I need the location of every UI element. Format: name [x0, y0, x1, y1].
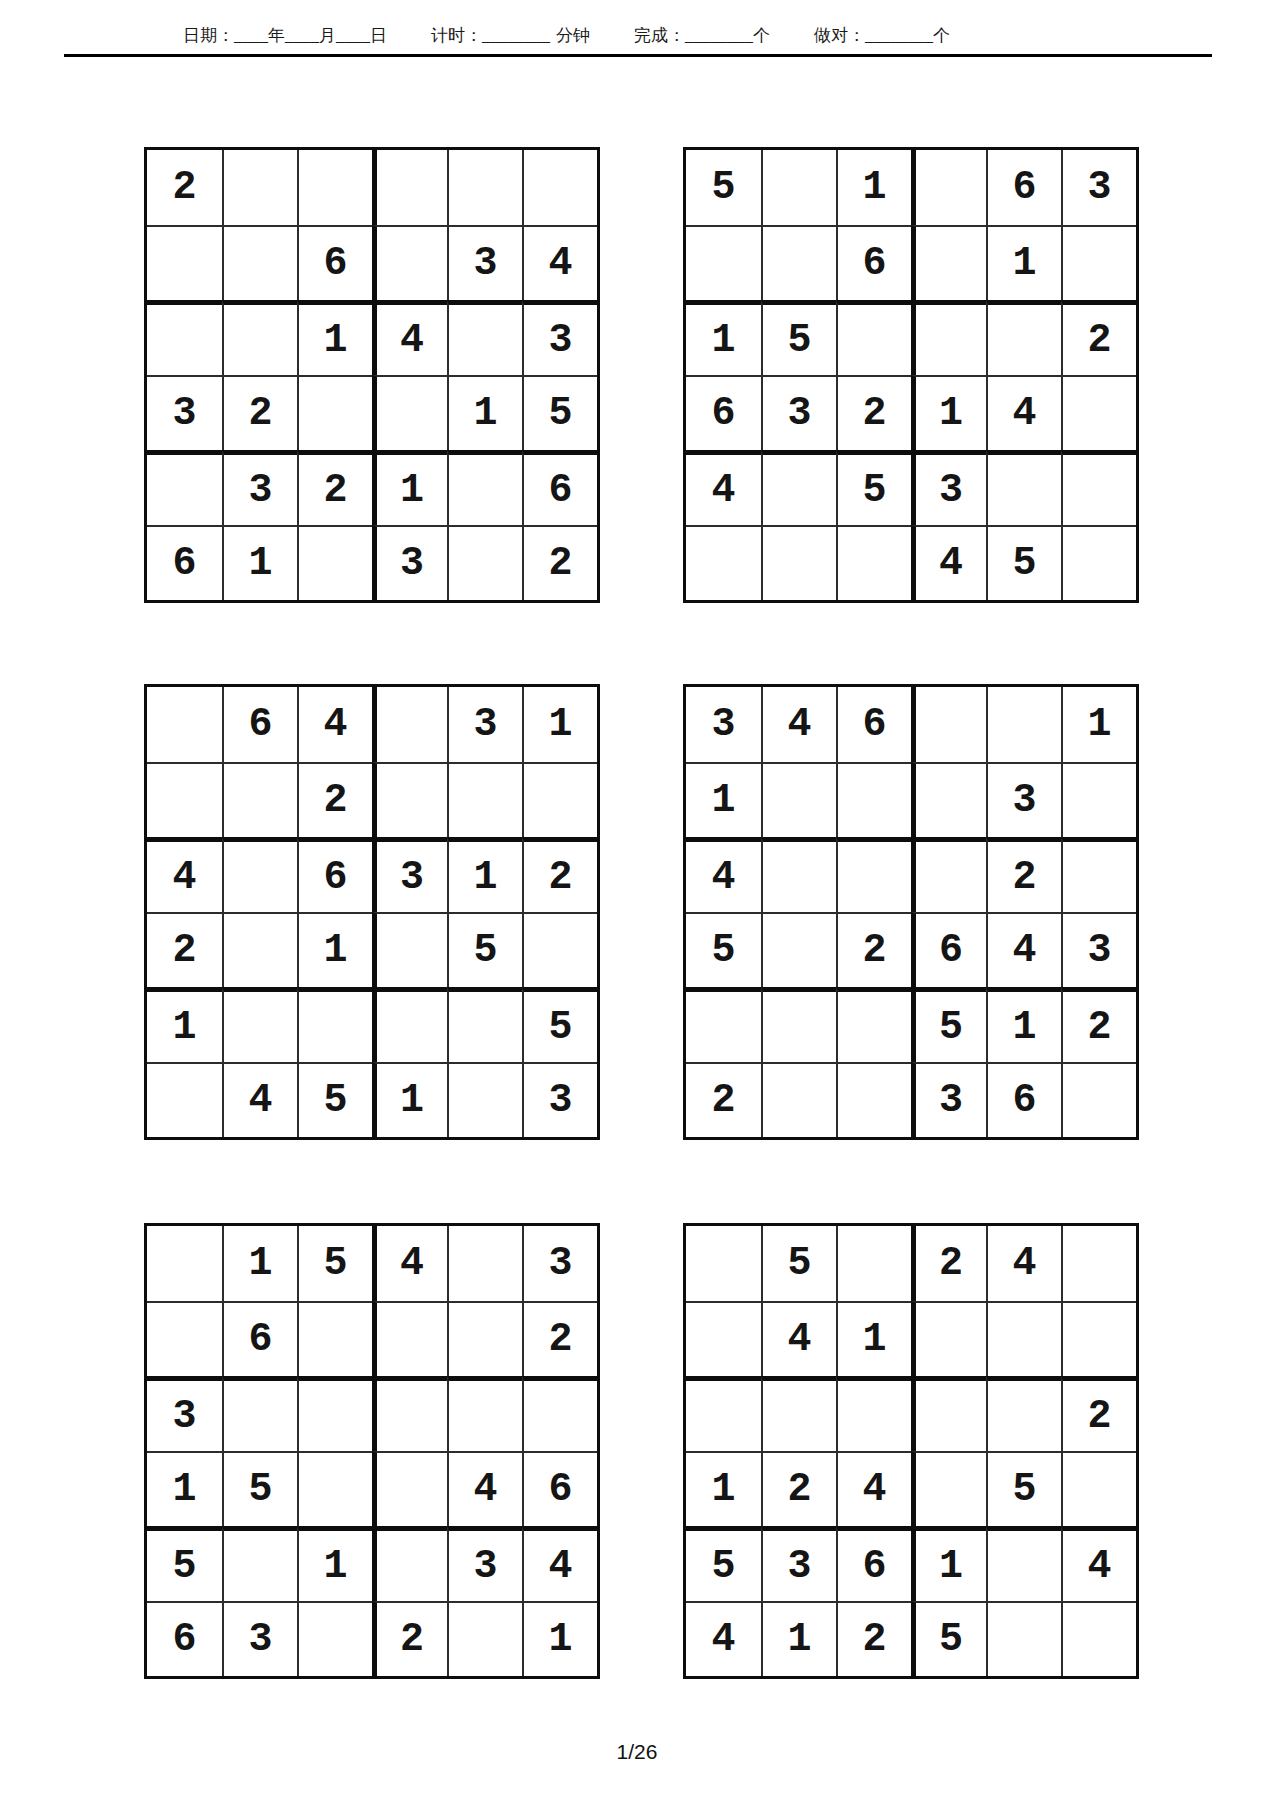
- puzzle-6-cell-r2c5: [986, 1301, 1061, 1376]
- puzzle-3-cell-r6c3: 5: [297, 1062, 372, 1137]
- puzzle-3-cell-r6c4: 1: [372, 1062, 447, 1137]
- sudoku-board-2: 5163611526321445345: [683, 147, 1139, 603]
- puzzle-1-cell-r3c6: 3: [522, 300, 597, 375]
- puzzle-5-cell-r4c2: 5: [222, 1451, 297, 1526]
- puzzle-5-cell-r1c1: [147, 1226, 222, 1301]
- puzzle-4-cell-r3c4: [911, 837, 986, 912]
- puzzle-2-cell-r5c5: [986, 450, 1061, 525]
- puzzle-6-cell-r1c5: 4: [986, 1226, 1061, 1301]
- puzzle-6-cell-r2c6: [1061, 1301, 1136, 1376]
- puzzle-4-cell-r1c6: 1: [1061, 687, 1136, 762]
- puzzle-5-cell-r6c1: 6: [147, 1601, 222, 1676]
- puzzle-3-cell-r1c1: [147, 687, 222, 762]
- puzzle-5-cell-r5c1: 5: [147, 1526, 222, 1601]
- puzzle-4-cell-r5c4: 5: [911, 987, 986, 1062]
- puzzle-2-cell-r2c2: [761, 225, 836, 300]
- puzzle-2-cell-r6c5: 5: [986, 525, 1061, 600]
- timer-blank: ________: [482, 26, 550, 45]
- puzzle-2-cell-r1c6: 3: [1061, 150, 1136, 225]
- puzzle-5-cell-r3c5: [447, 1376, 522, 1451]
- puzzle-6-cell-r3c5: [986, 1376, 1061, 1451]
- puzzle-2-cell-r1c2: [761, 150, 836, 225]
- puzzle-5-cell-r2c1: [147, 1301, 222, 1376]
- puzzle-2-cell-r1c3: 1: [836, 150, 911, 225]
- puzzle-1-cell-r6c3: [297, 525, 372, 600]
- puzzle-5-cell-r5c3: 1: [297, 1526, 372, 1601]
- puzzle-4-cell-r1c4: [911, 687, 986, 762]
- puzzle-1-cell-r4c2: 2: [222, 375, 297, 450]
- puzzle-4-cell-r1c2: 4: [761, 687, 836, 762]
- puzzle-3-cell-r5c2: [222, 987, 297, 1062]
- puzzle-6-cell-r3c4: [911, 1376, 986, 1451]
- puzzle-2-cell-r3c2: 5: [761, 300, 836, 375]
- puzzle-5-cell-r3c3: [297, 1376, 372, 1451]
- puzzle-4-cell-r3c2: [761, 837, 836, 912]
- month-label: 月: [319, 26, 336, 45]
- worksheet-page: 日期：____年____月____日计时：________分钟完成：______…: [0, 0, 1274, 1804]
- puzzle-2-cell-r6c2: [761, 525, 836, 600]
- puzzle-4-cell-r3c3: [836, 837, 911, 912]
- puzzle-3-cell-r6c2: 4: [222, 1062, 297, 1137]
- puzzle-2-cell-r6c1: [686, 525, 761, 600]
- puzzle-3-cell-r4c4: [372, 912, 447, 987]
- puzzle-6-cell-r6c2: 1: [761, 1601, 836, 1676]
- puzzle-3-cell-r2c5: [447, 762, 522, 837]
- puzzle-4-cell-r5c5: 1: [986, 987, 1061, 1062]
- puzzle-1-cell-r2c6: 4: [522, 225, 597, 300]
- puzzle-3-cell-r1c5: 3: [447, 687, 522, 762]
- puzzle-3-cell-r6c5: [447, 1062, 522, 1137]
- puzzle-6-cell-r4c5: 5: [986, 1451, 1061, 1526]
- correct-unit: 个: [933, 26, 950, 45]
- page-number: 1/26: [0, 1740, 1274, 1764]
- puzzle-2-cell-r6c6: [1061, 525, 1136, 600]
- puzzle-2-cell-r3c3: [836, 300, 911, 375]
- puzzle-2-cell-r2c6: [1061, 225, 1136, 300]
- puzzle-3-cell-r5c1: 1: [147, 987, 222, 1062]
- puzzle-2-cell-r2c5: 1: [986, 225, 1061, 300]
- puzzle-5-cell-r1c3: 5: [297, 1226, 372, 1301]
- puzzle-4-cell-r6c5: 6: [986, 1062, 1061, 1137]
- puzzle-4-cell-r2c1: 1: [686, 762, 761, 837]
- puzzle-1-cell-r1c3: [297, 150, 372, 225]
- puzzle-4-cell-r5c3: [836, 987, 911, 1062]
- puzzle-5-cell-r3c2: [222, 1376, 297, 1451]
- sudoku-board-4: 3461134252643512236: [683, 684, 1139, 1140]
- puzzle-2-cell-r4c2: 3: [761, 375, 836, 450]
- puzzle-5-cell-r6c4: 2: [372, 1601, 447, 1676]
- puzzle-1-cell-r2c1: [147, 225, 222, 300]
- puzzle-4-cell-r6c2: [761, 1062, 836, 1137]
- puzzle-4-cell-r6c6: [1061, 1062, 1136, 1137]
- puzzle-6-cell-r6c6: [1061, 1601, 1136, 1676]
- puzzle-6-cell-r3c2: [761, 1376, 836, 1451]
- puzzle-6-cell-r6c1: 4: [686, 1601, 761, 1676]
- puzzle-5-cell-r6c2: 3: [222, 1601, 297, 1676]
- puzzle-3-cell-r3c5: 1: [447, 837, 522, 912]
- puzzle-2-cell-r5c3: 5: [836, 450, 911, 525]
- puzzle-3-cell-r2c1: [147, 762, 222, 837]
- puzzle-3-cell-r4c6: [522, 912, 597, 987]
- puzzle-5-cell-r4c6: 6: [522, 1451, 597, 1526]
- puzzle-4-cell-r1c3: 6: [836, 687, 911, 762]
- year-label: 年: [268, 26, 285, 45]
- complete-unit: 个: [753, 26, 770, 45]
- puzzle-2-cell-r4c3: 2: [836, 375, 911, 450]
- correct-label: 做对：: [814, 26, 865, 45]
- puzzle-4-cell-r6c1: 2: [686, 1062, 761, 1137]
- puzzle-2-cell-r2c1: [686, 225, 761, 300]
- puzzle-4-cell-r2c6: [1061, 762, 1136, 837]
- puzzle-6-cell-r2c3: 1: [836, 1301, 911, 1376]
- timer-unit: 分钟: [556, 26, 590, 45]
- puzzle-4-cell-r4c2: [761, 912, 836, 987]
- puzzle-2-cell-r1c5: 6: [986, 150, 1061, 225]
- puzzle-3-cell-r3c3: 6: [297, 837, 372, 912]
- puzzle-3-cell-r2c4: [372, 762, 447, 837]
- puzzle-6-cell-r2c2: 4: [761, 1301, 836, 1376]
- puzzle-3-cell-r2c3: 2: [297, 762, 372, 837]
- puzzle-3-cell-r1c4: [372, 687, 447, 762]
- puzzle-3-cell-r2c2: [222, 762, 297, 837]
- puzzle-2-cell-r2c4: [911, 225, 986, 300]
- puzzle-3-cell-r3c1: 4: [147, 837, 222, 912]
- puzzle-2-cell-r3c5: [986, 300, 1061, 375]
- puzzle-5-cell-r2c4: [372, 1301, 447, 1376]
- puzzle-2-cell-r2c3: 6: [836, 225, 911, 300]
- puzzle-5-cell-r6c5: [447, 1601, 522, 1676]
- puzzle-4-cell-r2c5: 3: [986, 762, 1061, 837]
- puzzle-6-cell-r6c5: [986, 1601, 1061, 1676]
- puzzle-1-cell-r2c5: 3: [447, 225, 522, 300]
- puzzle-1-cell-r3c5: [447, 300, 522, 375]
- puzzle-6-cell-r6c4: 5: [911, 1601, 986, 1676]
- sudoku-board-1: 2634143321532166132: [144, 147, 600, 603]
- puzzle-2-cell-r4c1: 6: [686, 375, 761, 450]
- puzzle-6-cell-r3c3: [836, 1376, 911, 1451]
- puzzle-1-cell-r2c2: [222, 225, 297, 300]
- puzzle-1-cell-r6c5: [447, 525, 522, 600]
- puzzle-5-cell-r5c4: [372, 1526, 447, 1601]
- puzzle-3-cell-r4c1: 2: [147, 912, 222, 987]
- puzzle-3-cell-r3c2: [222, 837, 297, 912]
- puzzle-4-cell-r2c2: [761, 762, 836, 837]
- puzzle-6-cell-r2c1: [686, 1301, 761, 1376]
- puzzle-3-cell-r2c6: [522, 762, 597, 837]
- puzzle-5-cell-r4c5: 4: [447, 1451, 522, 1526]
- puzzle-5-cell-r1c5: [447, 1226, 522, 1301]
- puzzle-4-cell-r5c1: [686, 987, 761, 1062]
- puzzle-6-cell-r2c4: [911, 1301, 986, 1376]
- puzzle-6-cell-r4c2: 2: [761, 1451, 836, 1526]
- puzzle-2-cell-r5c4: 3: [911, 450, 986, 525]
- puzzle-6-cell-r5c4: 1: [911, 1526, 986, 1601]
- puzzle-1-cell-r3c2: [222, 300, 297, 375]
- correct-field: 做对：________个: [814, 26, 950, 45]
- puzzle-6-cell-r1c1: [686, 1226, 761, 1301]
- puzzle-5-cell-r4c1: 1: [147, 1451, 222, 1526]
- puzzle-1-cell-r4c3: [297, 375, 372, 450]
- puzzle-1-cell-r5c6: 6: [522, 450, 597, 525]
- puzzle-2-cell-r1c4: [911, 150, 986, 225]
- puzzle-3-cell-r1c6: 1: [522, 687, 597, 762]
- puzzle-2-cell-r5c2: [761, 450, 836, 525]
- puzzle-1-cell-r1c6: [522, 150, 597, 225]
- puzzle-1-cell-r1c2: [222, 150, 297, 225]
- puzzle-6-cell-r1c4: 2: [911, 1226, 986, 1301]
- puzzle-3-cell-r3c6: 2: [522, 837, 597, 912]
- puzzle-6-cell-r4c4: [911, 1451, 986, 1526]
- puzzle-4-cell-r4c5: 4: [986, 912, 1061, 987]
- puzzle-1-cell-r6c4: 3: [372, 525, 447, 600]
- puzzle-6-cell-r3c6: 2: [1061, 1376, 1136, 1451]
- puzzle-3-cell-r4c5: 5: [447, 912, 522, 987]
- sudoku-board-6: 5244121245536144125: [683, 1223, 1139, 1679]
- puzzle-4-cell-r4c1: 5: [686, 912, 761, 987]
- puzzle-1-cell-r4c5: 1: [447, 375, 522, 450]
- puzzle-2-cell-r4c5: 4: [986, 375, 1061, 450]
- puzzle-4-cell-r4c4: 6: [911, 912, 986, 987]
- puzzle-3-cell-r6c6: 3: [522, 1062, 597, 1137]
- complete-blank: ________: [685, 26, 753, 45]
- puzzle-1-cell-r1c1: 2: [147, 150, 222, 225]
- puzzle-3-cell-r5c3: [297, 987, 372, 1062]
- puzzle-5-cell-r5c2: [222, 1526, 297, 1601]
- puzzle-4-cell-r3c1: 4: [686, 837, 761, 912]
- puzzle-5-cell-r6c3: [297, 1601, 372, 1676]
- puzzle-5-cell-r2c3: [297, 1301, 372, 1376]
- puzzle-1-cell-r2c4: [372, 225, 447, 300]
- date-year-blank: ____: [234, 26, 268, 45]
- header-divider-line: [64, 54, 1212, 57]
- puzzle-1-cell-r6c2: 1: [222, 525, 297, 600]
- puzzle-6-cell-r5c5: [986, 1526, 1061, 1601]
- puzzle-1-cell-r2c3: 6: [297, 225, 372, 300]
- puzzle-5-cell-r4c3: [297, 1451, 372, 1526]
- puzzle-1-cell-r4c6: 5: [522, 375, 597, 450]
- puzzle-1-cell-r3c3: 1: [297, 300, 372, 375]
- puzzle-1-cell-r5c4: 1: [372, 450, 447, 525]
- puzzle-6-cell-r5c6: 4: [1061, 1526, 1136, 1601]
- puzzle-4-cell-r6c3: [836, 1062, 911, 1137]
- puzzle-6-cell-r4c1: 1: [686, 1451, 761, 1526]
- puzzle-3-cell-r5c5: [447, 987, 522, 1062]
- puzzle-5-cell-r1c4: 4: [372, 1226, 447, 1301]
- puzzle-1-cell-r5c2: 3: [222, 450, 297, 525]
- day-label: 日: [370, 26, 387, 45]
- date-field: 日期：____年____月____日: [183, 26, 387, 45]
- puzzle-5-cell-r3c6: [522, 1376, 597, 1451]
- puzzle-6-cell-r3c1: [686, 1376, 761, 1451]
- puzzle-5-cell-r1c6: 3: [522, 1226, 597, 1301]
- puzzle-5-cell-r3c1: 3: [147, 1376, 222, 1451]
- puzzle-3-cell-r5c6: 5: [522, 987, 597, 1062]
- puzzle-2-cell-r4c4: 1: [911, 375, 986, 450]
- timer-field: 计时：________分钟: [431, 26, 590, 45]
- puzzle-5-cell-r5c6: 4: [522, 1526, 597, 1601]
- puzzle-3-cell-r5c4: [372, 987, 447, 1062]
- puzzle-6-cell-r4c3: 4: [836, 1451, 911, 1526]
- puzzle-5-cell-r2c5: [447, 1301, 522, 1376]
- puzzle-2-cell-r1c1: 5: [686, 150, 761, 225]
- puzzle-4-cell-r6c4: 3: [911, 1062, 986, 1137]
- timer-label: 计时：: [431, 26, 482, 45]
- puzzle-1-cell-r5c3: 2: [297, 450, 372, 525]
- worksheet-header: 日期：____年____月____日计时：________分钟完成：______…: [183, 24, 950, 47]
- date-label: 日期：: [183, 26, 234, 45]
- puzzle-2-cell-r4c6: [1061, 375, 1136, 450]
- puzzle-3-cell-r1c3: 4: [297, 687, 372, 762]
- puzzle-2-cell-r6c4: 4: [911, 525, 986, 600]
- puzzle-6-cell-r1c2: 5: [761, 1226, 836, 1301]
- puzzle-5-cell-r4c4: [372, 1451, 447, 1526]
- puzzle-4-cell-r2c4: [911, 762, 986, 837]
- puzzle-1-cell-r1c5: [447, 150, 522, 225]
- puzzle-3-cell-r3c4: 3: [372, 837, 447, 912]
- complete-label: 完成：: [634, 26, 685, 45]
- puzzle-2-cell-r3c4: [911, 300, 986, 375]
- puzzle-6-cell-r5c2: 3: [761, 1526, 836, 1601]
- puzzle-1-cell-r3c4: 4: [372, 300, 447, 375]
- puzzle-5-cell-r2c6: 2: [522, 1301, 597, 1376]
- puzzle-6-cell-r1c6: [1061, 1226, 1136, 1301]
- puzzle-4-cell-r1c1: 3: [686, 687, 761, 762]
- puzzle-4-cell-r3c6: [1061, 837, 1136, 912]
- puzzle-1-cell-r5c1: [147, 450, 222, 525]
- puzzle-2-cell-r5c6: [1061, 450, 1136, 525]
- puzzle-6-cell-r6c3: 2: [836, 1601, 911, 1676]
- puzzle-2-cell-r5c1: 4: [686, 450, 761, 525]
- correct-blank: ________: [865, 26, 933, 45]
- puzzle-4-cell-r3c5: 2: [986, 837, 1061, 912]
- puzzle-1-cell-r4c4: [372, 375, 447, 450]
- puzzle-5-cell-r5c5: 3: [447, 1526, 522, 1601]
- puzzle-3-cell-r6c1: [147, 1062, 222, 1137]
- puzzle-4-cell-r5c2: [761, 987, 836, 1062]
- puzzle-3-cell-r4c2: [222, 912, 297, 987]
- puzzle-6-cell-r5c3: 6: [836, 1526, 911, 1601]
- puzzle-4-cell-r4c3: 2: [836, 912, 911, 987]
- puzzle-4-cell-r1c5: [986, 687, 1061, 762]
- puzzle-3-cell-r4c3: 1: [297, 912, 372, 987]
- sudoku-board-3: 6431246312215154513: [144, 684, 600, 1140]
- puzzle-6-cell-r1c3: [836, 1226, 911, 1301]
- puzzle-1-cell-r6c1: 6: [147, 525, 222, 600]
- puzzle-6-cell-r5c1: 5: [686, 1526, 761, 1601]
- date-day-blank: ____: [336, 26, 370, 45]
- complete-field: 完成：________个: [634, 26, 770, 45]
- puzzle-4-cell-r2c3: [836, 762, 911, 837]
- puzzle-1-cell-r5c5: [447, 450, 522, 525]
- puzzle-4-cell-r5c6: 2: [1061, 987, 1136, 1062]
- puzzle-2-cell-r6c3: [836, 525, 911, 600]
- puzzle-1-cell-r3c1: [147, 300, 222, 375]
- puzzle-2-cell-r3c6: 2: [1061, 300, 1136, 375]
- date-month-blank: ____: [285, 26, 319, 45]
- puzzle-2-cell-r3c1: 1: [686, 300, 761, 375]
- puzzle-1-cell-r4c1: 3: [147, 375, 222, 450]
- puzzle-4-cell-r4c6: 3: [1061, 912, 1136, 987]
- puzzle-5-cell-r6c6: 1: [522, 1601, 597, 1676]
- puzzle-5-cell-r2c2: 6: [222, 1301, 297, 1376]
- puzzle-3-cell-r1c2: 6: [222, 687, 297, 762]
- puzzle-5-cell-r3c4: [372, 1376, 447, 1451]
- puzzle-1-cell-r1c4: [372, 150, 447, 225]
- puzzle-5-cell-r1c2: 1: [222, 1226, 297, 1301]
- sudoku-board-5: 1543623154651346321: [144, 1223, 600, 1679]
- puzzle-6-cell-r4c6: [1061, 1451, 1136, 1526]
- puzzle-1-cell-r6c6: 2: [522, 525, 597, 600]
